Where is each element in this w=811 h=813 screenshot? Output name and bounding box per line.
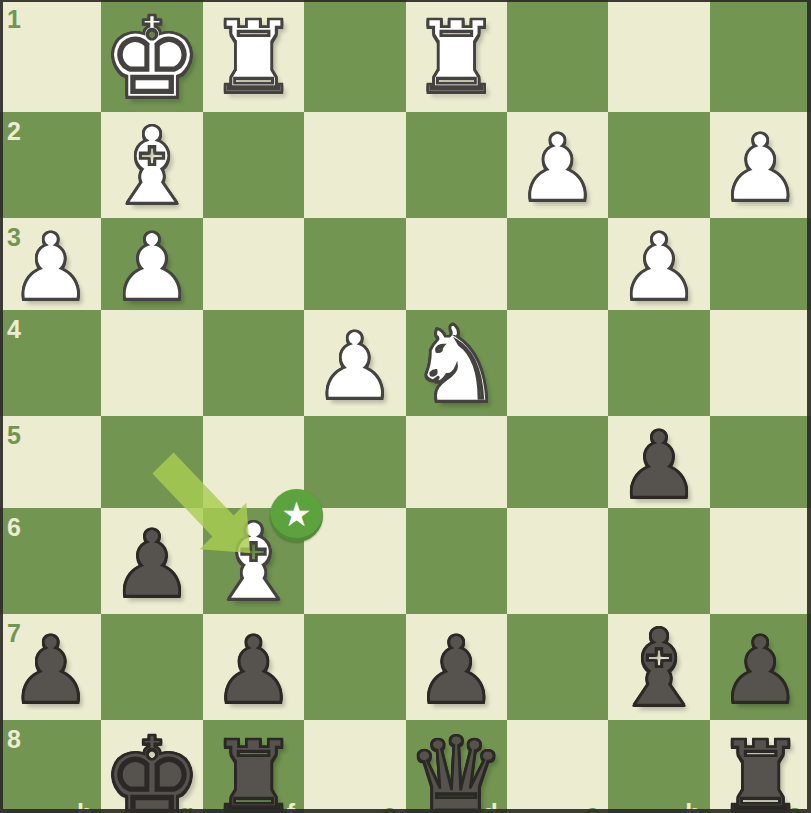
square-a2[interactable]: ♟ bbox=[710, 112, 811, 218]
white-bishop[interactable]: ♝ bbox=[105, 114, 200, 220]
square-d4[interactable]: ♞ bbox=[406, 310, 507, 416]
square-f4[interactable] bbox=[203, 310, 304, 416]
square-c3[interactable] bbox=[507, 218, 608, 310]
square-b8[interactable]: b bbox=[608, 720, 709, 813]
square-e1[interactable] bbox=[304, 0, 405, 112]
square-g2[interactable]: ♝ bbox=[101, 112, 202, 218]
black-bishop[interactable]: ♝ bbox=[611, 616, 706, 722]
square-g7[interactable] bbox=[101, 614, 202, 720]
square-d5[interactable] bbox=[406, 416, 507, 508]
chess-board-window: 1♚♜♜2♝♟♟3♟♟♟4♟♞5♟6♟♝7♟♟♟♝♟8hg♚f♜ed♛cba♜ … bbox=[0, 0, 811, 813]
rank-label-4: 4 bbox=[7, 315, 21, 344]
square-a4[interactable] bbox=[710, 310, 811, 416]
square-a5[interactable] bbox=[710, 416, 811, 508]
black-pawn[interactable]: ♟ bbox=[719, 625, 801, 717]
square-e4[interactable]: ♟ bbox=[304, 310, 405, 416]
board: 1♚♜♜2♝♟♟3♟♟♟4♟♞5♟6♟♝7♟♟♟♝♟8hg♚f♜ed♛cba♜ bbox=[0, 0, 811, 811]
best-move-star-badge: ★ bbox=[270, 489, 323, 542]
white-pawn[interactable]: ♟ bbox=[9, 222, 91, 314]
square-h2[interactable]: 2 bbox=[0, 112, 101, 218]
file-label-h: h bbox=[77, 799, 92, 813]
square-d2[interactable] bbox=[406, 112, 507, 218]
white-king[interactable]: ♚ bbox=[102, 2, 202, 114]
square-b6[interactable] bbox=[608, 508, 709, 614]
square-c4[interactable] bbox=[507, 310, 608, 416]
square-d3[interactable] bbox=[406, 218, 507, 310]
square-b4[interactable] bbox=[608, 310, 709, 416]
square-c2[interactable]: ♟ bbox=[507, 112, 608, 218]
white-pawn[interactable]: ♟ bbox=[516, 123, 598, 215]
square-b1[interactable] bbox=[608, 0, 709, 112]
square-c1[interactable] bbox=[507, 0, 608, 112]
square-h4[interactable]: 4 bbox=[0, 310, 101, 416]
rank-label-2: 2 bbox=[7, 117, 21, 146]
square-h5[interactable]: 5 bbox=[0, 416, 101, 508]
black-rook[interactable]: ♜ bbox=[209, 728, 299, 813]
file-label-f: f bbox=[287, 799, 295, 813]
file-label-b: b bbox=[685, 799, 700, 813]
file-label-g: g bbox=[178, 799, 193, 813]
square-f8[interactable]: f♜ bbox=[203, 720, 304, 813]
white-pawn[interactable]: ♟ bbox=[111, 222, 193, 314]
file-label-d: d bbox=[483, 799, 498, 813]
white-rook[interactable]: ♜ bbox=[209, 8, 299, 108]
rank-label-1: 1 bbox=[7, 5, 21, 34]
white-pawn[interactable]: ♟ bbox=[719, 123, 801, 215]
square-d8[interactable]: d♛ bbox=[406, 720, 507, 813]
square-c7[interactable] bbox=[507, 614, 608, 720]
square-a3[interactable] bbox=[710, 218, 811, 310]
rank-label-8: 8 bbox=[7, 725, 21, 754]
square-d1[interactable]: ♜ bbox=[406, 0, 507, 112]
square-c5[interactable] bbox=[507, 416, 608, 508]
square-e2[interactable] bbox=[304, 112, 405, 218]
square-h8[interactable]: 8h bbox=[0, 720, 101, 813]
rank-label-6: 6 bbox=[7, 513, 21, 542]
square-h6[interactable]: 6 bbox=[0, 508, 101, 614]
black-pawn[interactable]: ♟ bbox=[618, 420, 700, 512]
file-label-c: c bbox=[585, 799, 599, 813]
square-c8[interactable]: c bbox=[507, 720, 608, 813]
square-b3[interactable]: ♟ bbox=[608, 218, 709, 310]
square-f3[interactable] bbox=[203, 218, 304, 310]
square-a7[interactable]: ♟ bbox=[710, 614, 811, 720]
file-label-a: a bbox=[788, 799, 802, 813]
square-a6[interactable] bbox=[710, 508, 811, 614]
rank-label-7: 7 bbox=[7, 619, 21, 648]
square-e8[interactable]: e bbox=[304, 720, 405, 813]
square-a8[interactable]: a♜ bbox=[710, 720, 811, 813]
rank-label-3: 3 bbox=[7, 223, 21, 252]
square-f1[interactable]: ♜ bbox=[203, 0, 304, 112]
square-e3[interactable] bbox=[304, 218, 405, 310]
square-h1[interactable]: 1 bbox=[0, 0, 101, 112]
black-pawn[interactable]: ♟ bbox=[9, 625, 91, 717]
square-f7[interactable]: ♟ bbox=[203, 614, 304, 720]
square-d7[interactable]: ♟ bbox=[406, 614, 507, 720]
square-c6[interactable] bbox=[507, 508, 608, 614]
square-g1[interactable]: ♚ bbox=[101, 0, 202, 112]
square-b2[interactable] bbox=[608, 112, 709, 218]
white-rook[interactable]: ♜ bbox=[411, 8, 501, 108]
square-g4[interactable] bbox=[101, 310, 202, 416]
square-g6[interactable]: ♟ bbox=[101, 508, 202, 614]
square-g5[interactable] bbox=[101, 416, 202, 508]
square-b7[interactable]: ♝ bbox=[608, 614, 709, 720]
square-e7[interactable] bbox=[304, 614, 405, 720]
square-h7[interactable]: 7♟ bbox=[0, 614, 101, 720]
square-h3[interactable]: 3♟ bbox=[0, 218, 101, 310]
square-g3[interactable]: ♟ bbox=[101, 218, 202, 310]
star-icon: ★ bbox=[281, 497, 311, 531]
square-e5[interactable] bbox=[304, 416, 405, 508]
file-label-e: e bbox=[383, 799, 397, 813]
square-g8[interactable]: g♚ bbox=[101, 720, 202, 813]
square-d6[interactable] bbox=[406, 508, 507, 614]
white-pawn[interactable]: ♟ bbox=[618, 222, 700, 314]
black-pawn[interactable]: ♟ bbox=[111, 519, 193, 611]
black-pawn[interactable]: ♟ bbox=[212, 625, 294, 717]
white-pawn[interactable]: ♟ bbox=[314, 321, 396, 413]
black-pawn[interactable]: ♟ bbox=[415, 625, 497, 717]
square-a1[interactable] bbox=[710, 0, 811, 112]
white-knight[interactable]: ♞ bbox=[409, 312, 504, 418]
rank-label-5: 5 bbox=[7, 421, 21, 450]
square-b5[interactable]: ♟ bbox=[608, 416, 709, 508]
square-f2[interactable] bbox=[203, 112, 304, 218]
